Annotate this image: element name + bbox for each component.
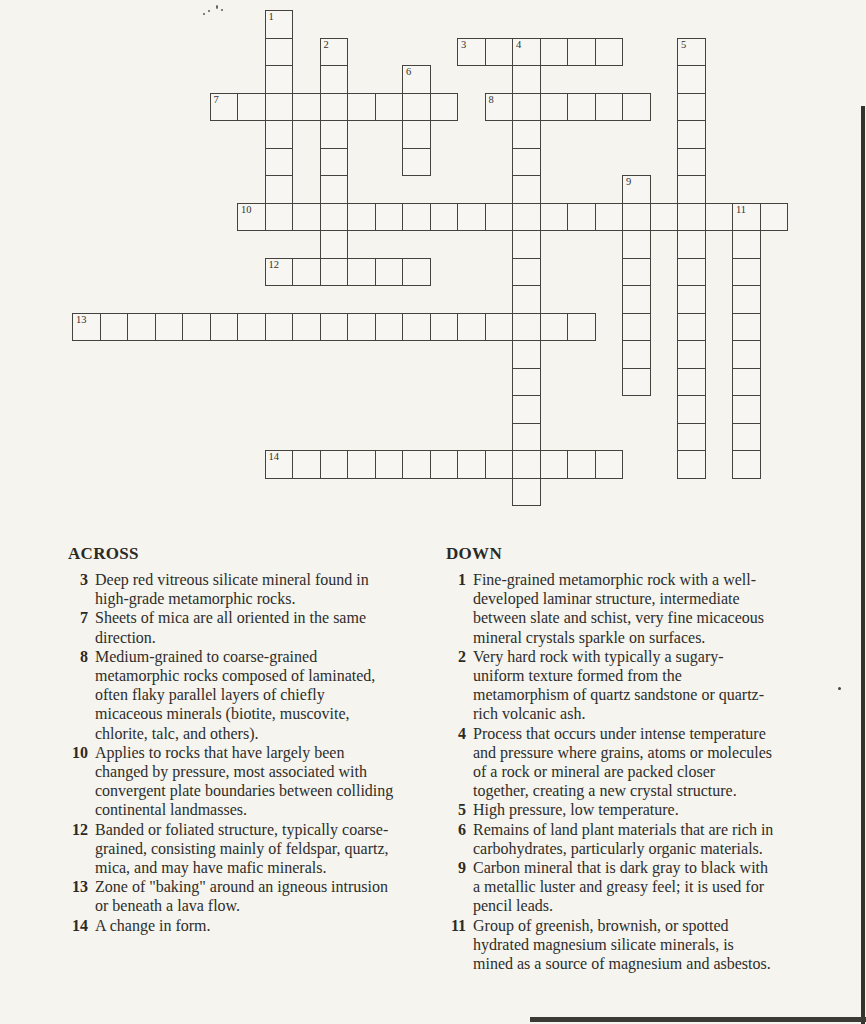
clue-item-text: A change in form. [95, 916, 211, 935]
clue-item-number: 7 [66, 608, 88, 646]
clue-number: 10 [241, 204, 252, 216]
grid-cell[interactable] [567, 313, 596, 342]
grid-cell[interactable] [677, 65, 706, 94]
clue-item-number: 12 [66, 820, 88, 878]
clue-number: 3 [461, 39, 466, 51]
grid-cell[interactable] [237, 313, 266, 342]
grid-cell[interactable] [540, 450, 569, 479]
clue-item-text: Remains of land plant materials that are… [473, 820, 773, 858]
clue-number: 13 [76, 314, 87, 326]
grid-cell[interactable]: 8 [485, 93, 514, 122]
clue-item: 14A change in form. [66, 916, 448, 935]
grid-cell[interactable] [320, 203, 349, 232]
grid-cell[interactable] [677, 423, 706, 452]
clue-item-text: Very hard rock with typically a sugary- … [473, 647, 764, 724]
grid-cell[interactable] [512, 340, 541, 369]
grid-cell[interactable] [567, 450, 596, 479]
scan-speck [216, 5, 218, 9]
grid-cell[interactable] [622, 258, 651, 287]
clue-number: 1 [269, 11, 274, 23]
grid-cell[interactable] [677, 120, 706, 149]
grid-cell[interactable] [320, 450, 349, 479]
grid-cell[interactable] [650, 203, 679, 232]
grid-cell[interactable] [732, 450, 761, 479]
grid-cell[interactable] [485, 203, 514, 232]
grid-cell[interactable]: 13 [72, 313, 101, 342]
grid-cell[interactable]: 9 [622, 175, 651, 204]
clue-item-number: 8 [66, 647, 88, 743]
grid-cell[interactable] [622, 368, 651, 397]
clue-number: 9 [626, 176, 631, 188]
grid-cell[interactable]: 1 [265, 10, 294, 39]
grid-cell[interactable] [732, 368, 761, 397]
grid-cell[interactable] [430, 450, 459, 479]
clue-item: 4Process that occurs under intense tempe… [444, 724, 858, 801]
grid-cell[interactable] [347, 313, 376, 342]
grid-cell[interactable] [512, 258, 541, 287]
grid-cell[interactable] [540, 38, 569, 67]
grid-cell[interactable] [512, 203, 541, 232]
grid-cell[interactable] [485, 450, 514, 479]
grid-cell[interactable] [512, 230, 541, 259]
grid-cell[interactable] [155, 313, 184, 342]
grid-cell[interactable] [595, 450, 624, 479]
grid-cell[interactable]: 5 [677, 38, 706, 67]
grid-cell[interactable] [567, 38, 596, 67]
clue-item-text: Carbon mineral that is dark gray to blac… [473, 858, 768, 916]
clue-item-text: Deep red vitreous silicate mineral found… [95, 570, 369, 608]
grid-cell[interactable] [512, 148, 541, 177]
grid-cell[interactable] [347, 203, 376, 232]
grid-cell[interactable] [512, 175, 541, 204]
grid-cell[interactable] [265, 313, 294, 342]
grid-cell[interactable] [127, 313, 156, 342]
grid-cell[interactable] [677, 395, 706, 424]
grid-cell[interactable] [677, 230, 706, 259]
grid-cell[interactable] [512, 65, 541, 94]
grid-cell[interactable] [457, 313, 486, 342]
clue-number: 4 [516, 39, 521, 51]
grid-cell[interactable] [265, 120, 294, 149]
grid-cell[interactable] [677, 368, 706, 397]
grid-cell[interactable] [622, 93, 651, 122]
grid-cell[interactable] [430, 313, 459, 342]
clue-item: 8Medium-grained to coarse-grained metamo… [66, 647, 448, 743]
grid-cell[interactable] [595, 38, 624, 67]
clue-number: 11 [736, 204, 746, 216]
clue-number: 6 [406, 66, 411, 78]
clue-item: 7Sheets of mica are all oriented in the … [66, 608, 448, 646]
grid-cell[interactable] [347, 258, 376, 287]
down-header: DOWN [446, 544, 858, 563]
grid-cell[interactable] [677, 313, 706, 342]
scan-edge-artifact [861, 106, 865, 1024]
clue-item-number: 11 [444, 916, 466, 974]
clue-item-text: Sheets of mica are all oriented in the s… [95, 608, 366, 646]
grid-cell[interactable] [320, 175, 349, 204]
clue-item-number: 9 [444, 858, 466, 916]
grid-cell[interactable] [622, 340, 651, 369]
scanned-crossword-page: 3478101112131412569 ACROSS 3Deep red vit… [0, 0, 866, 1024]
clue-item: 13Zone of "baking" around an igneous int… [66, 877, 448, 915]
grid-cell[interactable]: 12 [265, 258, 294, 287]
across-clues-section: ACROSS 3Deep red vitreous silicate miner… [66, 544, 448, 935]
clue-item: 11Group of greenish, brownish, or spotte… [444, 916, 858, 974]
grid-cell[interactable] [677, 93, 706, 122]
grid-cell[interactable] [375, 313, 404, 342]
clue-item-text: Banded or foliated structure, typically … [95, 820, 389, 878]
grid-cell[interactable] [512, 395, 541, 424]
grid-cell[interactable] [375, 258, 404, 287]
clue-number: 2 [324, 39, 329, 51]
grid-cell[interactable] [320, 258, 349, 287]
scan-bottom-artifact [530, 1017, 866, 1022]
grid-cell[interactable] [677, 450, 706, 479]
clue-number: 5 [681, 39, 686, 51]
down-clue-list: 1Fine-grained metamorphic rock with a we… [444, 570, 858, 973]
clue-item-number: 3 [66, 570, 88, 608]
grid-cell[interactable] [237, 93, 266, 122]
across-clue-list: 3Deep red vitreous silicate mineral foun… [66, 570, 448, 935]
grid-cell[interactable] [320, 120, 349, 149]
grid-cell[interactable] [512, 450, 541, 479]
grid-cell[interactable]: 7 [210, 93, 239, 122]
grid-cell[interactable] [265, 175, 294, 204]
grid-cell[interactable] [595, 93, 624, 122]
grid-cell[interactable] [430, 203, 459, 232]
grid-cell[interactable] [595, 203, 624, 232]
clue-item: 5High pressure, low temperature. [444, 800, 858, 819]
grid-cell[interactable] [512, 120, 541, 149]
crossword-grid: 3478101112131412569 [0, 0, 866, 520]
clue-item-text: Group of greenish, brownish, or spotted … [473, 916, 771, 974]
grid-cell[interactable] [677, 148, 706, 177]
clue-item-text: Fine-grained metamorphic rock with a wel… [473, 570, 764, 647]
grid-cell[interactable] [732, 230, 761, 259]
grid-cell[interactable] [677, 203, 706, 232]
grid-cell[interactable] [567, 93, 596, 122]
grid-cell[interactable] [677, 258, 706, 287]
grid-cell[interactable] [512, 368, 541, 397]
grid-cell[interactable] [320, 93, 349, 122]
grid-cell[interactable] [677, 285, 706, 314]
clue-item-text: Process that occurs under intense temper… [473, 724, 772, 801]
grid-cell[interactable] [402, 258, 431, 287]
grid-cell[interactable] [677, 340, 706, 369]
grid-cell[interactable] [512, 313, 541, 342]
grid-cell[interactable]: 11 [732, 203, 761, 232]
grid-cell[interactable] [265, 65, 294, 94]
grid-cell[interactable] [732, 423, 761, 452]
clue-item-number: 6 [444, 820, 466, 858]
clue-item-number: 10 [66, 743, 88, 820]
grid-cell[interactable] [347, 93, 376, 122]
grid-cell[interactable] [760, 203, 789, 232]
grid-cell[interactable] [485, 313, 514, 342]
grid-cell[interactable] [540, 203, 569, 232]
clue-item-number: 1 [444, 570, 466, 647]
grid-cell[interactable] [732, 395, 761, 424]
grid-cell[interactable] [292, 450, 321, 479]
down-clues-section: DOWN 1Fine-grained metamorphic rock with… [444, 544, 858, 973]
clue-item-text: High pressure, low temperature. [473, 800, 679, 819]
grid-cell[interactable] [402, 93, 431, 122]
grid-cell[interactable] [402, 120, 431, 149]
grid-cell[interactable] [540, 313, 569, 342]
grid-cell[interactable] [375, 450, 404, 479]
grid-cell[interactable] [292, 258, 321, 287]
clue-item: 6Remains of land plant materials that ar… [444, 820, 858, 858]
grid-cell[interactable]: 14 [265, 450, 294, 479]
grid-cell[interactable] [402, 203, 431, 232]
scan-speck [208, 10, 210, 12]
grid-cell[interactable] [622, 313, 651, 342]
clue-item: 10Applies to rocks that have largely bee… [66, 743, 448, 820]
grid-cell[interactable] [402, 148, 431, 177]
grid-cell[interactable] [512, 478, 541, 507]
grid-cell[interactable] [512, 93, 541, 122]
grid-cell[interactable] [402, 313, 431, 342]
clue-item-number: 13 [66, 877, 88, 915]
clue-item-text: Zone of "baking" around an igneous intru… [95, 877, 388, 915]
grid-cell[interactable] [265, 203, 294, 232]
clue-item-number: 4 [444, 724, 466, 801]
grid-cell[interactable] [705, 203, 734, 232]
grid-cell[interactable] [265, 38, 294, 67]
grid-cell[interactable] [622, 230, 651, 259]
grid-cell[interactable] [732, 258, 761, 287]
scan-speck [838, 687, 841, 690]
grid-cell[interactable] [732, 313, 761, 342]
grid-cell[interactable]: 4 [512, 38, 541, 67]
grid-cell[interactable] [292, 93, 321, 122]
clue-item-number: 14 [66, 916, 88, 935]
clue-item-text: Applies to rocks that have largely been … [95, 743, 393, 820]
clue-item-text: Medium-grained to coarse-grained metamor… [95, 647, 375, 743]
clue-item: 2Very hard rock with typically a sugary-… [444, 647, 858, 724]
grid-cell[interactable] [292, 203, 321, 232]
grid-cell[interactable] [320, 230, 349, 259]
grid-cell[interactable] [292, 313, 321, 342]
grid-cell[interactable] [320, 148, 349, 177]
grid-cell[interactable] [265, 93, 294, 122]
grid-cell[interactable] [677, 175, 706, 204]
grid-cell[interactable]: 2 [320, 38, 349, 67]
clue-item-number: 5 [444, 800, 466, 819]
grid-cell[interactable]: 6 [402, 65, 431, 94]
grid-cell[interactable] [622, 285, 651, 314]
grid-cell[interactable] [732, 285, 761, 314]
grid-cell[interactable] [182, 313, 211, 342]
grid-cell[interactable] [320, 65, 349, 94]
grid-cell[interactable] [320, 313, 349, 342]
clue-item-number: 2 [444, 647, 466, 724]
clue-number: 8 [489, 94, 494, 106]
across-header: ACROSS [68, 544, 448, 563]
grid-cell[interactable] [512, 285, 541, 314]
grid-cell[interactable] [375, 93, 404, 122]
clue-item: 12Banded or foliated structure, typicall… [66, 820, 448, 878]
grid-cell[interactable] [402, 450, 431, 479]
scan-speck [203, 13, 205, 15]
scan-speck [221, 9, 223, 11]
clue-item: 1Fine-grained metamorphic rock with a we… [444, 570, 858, 647]
clue-item: 9Carbon mineral that is dark gray to bla… [444, 858, 858, 916]
grid-cell[interactable] [430, 93, 459, 122]
grid-cell[interactable] [457, 450, 486, 479]
clue-number: 7 [214, 94, 219, 106]
grid-cell[interactable] [210, 313, 239, 342]
grid-cell[interactable] [622, 203, 651, 232]
grid-cell[interactable]: 10 [237, 203, 266, 232]
grid-cell[interactable] [375, 203, 404, 232]
grid-cell[interactable] [485, 38, 514, 67]
grid-cell[interactable] [100, 313, 129, 342]
grid-cell[interactable] [732, 340, 761, 369]
clue-number: 12 [269, 259, 280, 271]
grid-cell[interactable] [512, 423, 541, 452]
grid-cell[interactable] [265, 148, 294, 177]
grid-cell[interactable] [540, 93, 569, 122]
clue-number: 14 [269, 451, 280, 463]
grid-cell[interactable] [457, 203, 486, 232]
grid-cell[interactable]: 3 [457, 38, 486, 67]
clue-item: 3Deep red vitreous silicate mineral foun… [66, 570, 448, 608]
grid-cell[interactable] [347, 450, 376, 479]
grid-cell[interactable] [567, 203, 596, 232]
